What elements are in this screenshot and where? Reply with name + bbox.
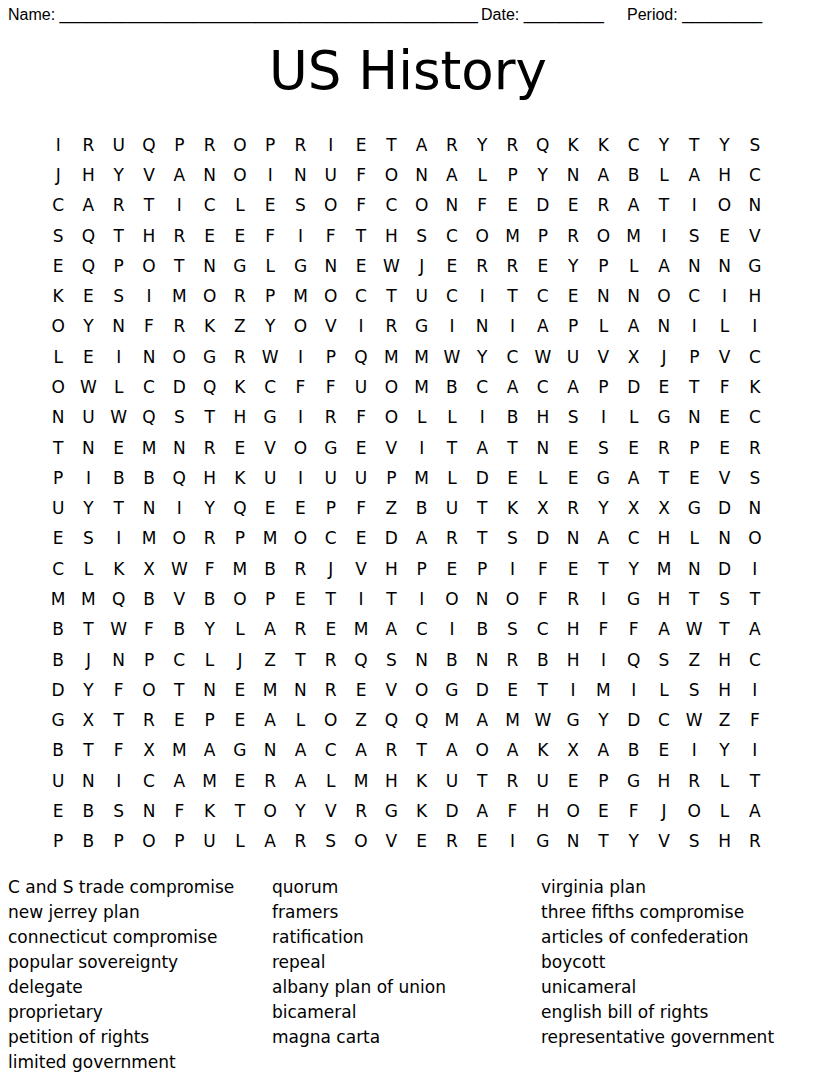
grid-cell[interactable]: N — [467, 312, 497, 342]
grid-cell[interactable]: I — [43, 130, 73, 160]
grid-cell[interactable]: C — [740, 160, 770, 190]
grid-cell[interactable]: O — [558, 796, 588, 826]
grid-cell[interactable]: D — [467, 675, 497, 705]
grid-cell[interactable]: P — [558, 312, 588, 342]
grid-cell[interactable]: A — [740, 796, 770, 826]
grid-cell[interactable]: R — [437, 524, 467, 554]
grid-cell[interactable]: N — [528, 433, 558, 463]
grid-cell[interactable]: L — [709, 796, 739, 826]
grid-cell[interactable]: N — [619, 281, 649, 311]
grid-cell[interactable]: C — [134, 766, 164, 796]
grid-cell[interactable]: G — [740, 251, 770, 281]
grid-cell[interactable]: L — [316, 766, 346, 796]
grid-cell[interactable]: D — [619, 372, 649, 402]
grid-cell[interactable]: M — [164, 736, 194, 766]
grid-cell[interactable]: S — [104, 796, 134, 826]
grid-cell[interactable]: U — [346, 463, 376, 493]
grid-cell[interactable]: A — [437, 736, 467, 766]
grid-cell[interactable]: N — [194, 160, 224, 190]
grid-cell[interactable]: C — [437, 281, 467, 311]
grid-cell[interactable]: P — [225, 524, 255, 554]
grid-cell[interactable]: E — [225, 433, 255, 463]
grid-cell[interactable]: T — [740, 584, 770, 614]
grid-cell[interactable]: W — [528, 706, 558, 736]
grid-cell[interactable]: S — [558, 403, 588, 433]
grid-cell[interactable]: V — [376, 675, 406, 705]
grid-cell[interactable]: H — [528, 796, 558, 826]
grid-cell[interactable]: O — [649, 281, 679, 311]
grid-cell[interactable]: N — [406, 160, 436, 190]
grid-cell[interactable]: G — [649, 403, 679, 433]
grid-cell[interactable]: K — [225, 372, 255, 402]
grid-cell[interactable]: U — [316, 160, 346, 190]
grid-cell[interactable]: I — [164, 493, 194, 523]
grid-cell[interactable]: O — [406, 675, 436, 705]
grid-cell[interactable]: T — [225, 796, 255, 826]
grid-cell[interactable]: M — [225, 554, 255, 584]
grid-cell[interactable]: W — [437, 342, 467, 372]
grid-cell[interactable]: O — [679, 796, 709, 826]
grid-cell[interactable]: T — [588, 554, 618, 584]
grid-cell[interactable]: N — [194, 675, 224, 705]
grid-cell[interactable]: I — [285, 403, 315, 433]
grid-cell[interactable]: Z — [709, 706, 739, 736]
grid-cell[interactable]: N — [134, 342, 164, 372]
grid-cell[interactable]: M — [255, 524, 285, 554]
grid-cell[interactable]: Q — [104, 584, 134, 614]
grid-cell[interactable]: R — [376, 312, 406, 342]
grid-cell[interactable]: O — [437, 584, 467, 614]
grid-cell[interactable]: X — [134, 554, 164, 584]
grid-cell[interactable]: D — [376, 524, 406, 554]
grid-cell[interactable]: T — [376, 130, 406, 160]
grid-cell[interactable]: G — [679, 493, 709, 523]
grid-cell[interactable]: T — [679, 584, 709, 614]
grid-cell[interactable]: S — [740, 130, 770, 160]
grid-cell[interactable]: F — [134, 615, 164, 645]
grid-cell[interactable]: R — [588, 191, 618, 221]
grid-cell[interactable]: P — [255, 281, 285, 311]
grid-cell[interactable]: M — [285, 281, 315, 311]
grid-cell[interactable]: S — [679, 221, 709, 251]
grid-cell[interactable]: Q — [134, 403, 164, 433]
grid-cell[interactable]: P — [194, 706, 224, 736]
name-blank-line[interactable]: ________________________________________… — [60, 6, 478, 23]
grid-cell[interactable]: A — [285, 736, 315, 766]
grid-cell[interactable]: T — [649, 463, 679, 493]
grid-cell[interactable]: T — [104, 493, 134, 523]
grid-cell[interactable]: C — [740, 342, 770, 372]
grid-cell[interactable]: H — [709, 160, 739, 190]
grid-cell[interactable]: I — [497, 554, 527, 584]
grid-cell[interactable]: U — [346, 372, 376, 402]
grid-cell[interactable]: I — [285, 221, 315, 251]
grid-cell[interactable]: C — [406, 615, 436, 645]
grid-cell[interactable]: D — [437, 796, 467, 826]
grid-cell[interactable]: C — [255, 372, 285, 402]
grid-cell[interactable]: X — [649, 493, 679, 523]
grid-cell[interactable]: I — [497, 827, 527, 857]
grid-cell[interactable]: F — [467, 191, 497, 221]
grid-cell[interactable]: E — [497, 675, 527, 705]
grid-cell[interactable]: V — [588, 342, 618, 372]
grid-cell[interactable]: E — [346, 130, 376, 160]
grid-cell[interactable]: I — [406, 584, 436, 614]
grid-cell[interactable]: O — [285, 524, 315, 554]
grid-cell[interactable]: M — [43, 584, 73, 614]
grid-cell[interactable]: B — [619, 160, 649, 190]
grid-cell[interactable]: L — [679, 524, 709, 554]
grid-cell[interactable]: R — [164, 312, 194, 342]
grid-cell[interactable]: E — [558, 281, 588, 311]
grid-cell[interactable]: B — [73, 796, 103, 826]
grid-cell[interactable]: P — [376, 463, 406, 493]
grid-cell[interactable]: O — [376, 403, 406, 433]
grid-cell[interactable]: W — [104, 615, 134, 645]
grid-cell[interactable]: L — [709, 312, 739, 342]
grid-cell[interactable]: T — [285, 645, 315, 675]
grid-cell[interactable]: I — [104, 766, 134, 796]
grid-cell[interactable]: R — [437, 130, 467, 160]
grid-cell[interactable]: L — [649, 675, 679, 705]
grid-cell[interactable]: I — [285, 463, 315, 493]
grid-cell[interactable]: H — [558, 615, 588, 645]
grid-cell[interactable]: C — [316, 736, 346, 766]
grid-cell[interactable]: V — [649, 827, 679, 857]
grid-cell[interactable]: A — [497, 736, 527, 766]
grid-cell[interactable]: E — [255, 191, 285, 221]
grid-cell[interactable]: E — [497, 191, 527, 221]
grid-cell[interactable]: P — [104, 251, 134, 281]
grid-cell[interactable]: O — [255, 796, 285, 826]
grid-cell[interactable]: Y — [467, 130, 497, 160]
grid-cell[interactable]: T — [467, 493, 497, 523]
grid-cell[interactable]: Y — [588, 706, 618, 736]
grid-cell[interactable]: Q — [528, 130, 558, 160]
grid-cell[interactable]: N — [649, 312, 679, 342]
grid-cell[interactable]: U — [43, 766, 73, 796]
grid-cell[interactable]: B — [437, 645, 467, 675]
grid-cell[interactable]: O — [194, 281, 224, 311]
date-blank-line[interactable]: _________ — [524, 6, 604, 23]
grid-cell[interactable]: I — [467, 403, 497, 433]
grid-cell[interactable]: L — [255, 251, 285, 281]
grid-cell[interactable]: O — [346, 827, 376, 857]
grid-cell[interactable]: L — [406, 403, 436, 433]
grid-cell[interactable]: T — [467, 766, 497, 796]
grid-cell[interactable]: E — [225, 766, 255, 796]
grid-cell[interactable]: A — [194, 736, 224, 766]
grid-cell[interactable]: V — [709, 463, 739, 493]
grid-cell[interactable]: Q — [73, 251, 103, 281]
grid-cell[interactable]: E — [194, 221, 224, 251]
grid-cell[interactable]: P — [316, 342, 346, 372]
grid-cell[interactable]: H — [134, 221, 164, 251]
grid-cell[interactable]: Y — [194, 615, 224, 645]
grid-cell[interactable]: I — [740, 312, 770, 342]
grid-cell[interactable]: M — [164, 281, 194, 311]
grid-cell[interactable]: A — [558, 372, 588, 402]
grid-cell[interactable]: P — [588, 766, 618, 796]
grid-cell[interactable]: F — [194, 554, 224, 584]
grid-cell[interactable]: Q — [619, 645, 649, 675]
grid-cell[interactable]: O — [134, 827, 164, 857]
grid-cell[interactable]: G — [225, 736, 255, 766]
grid-cell[interactable]: S — [285, 191, 315, 221]
grid-cell[interactable]: T — [346, 221, 376, 251]
grid-cell[interactable]: C — [437, 221, 467, 251]
grid-cell[interactable]: R — [104, 191, 134, 221]
grid-cell[interactable]: A — [649, 251, 679, 281]
grid-cell[interactable]: K — [588, 130, 618, 160]
grid-cell[interactable]: E — [467, 827, 497, 857]
grid-cell[interactable]: N — [316, 251, 346, 281]
grid-cell[interactable]: T — [679, 130, 709, 160]
grid-cell[interactable]: S — [740, 463, 770, 493]
grid-cell[interactable]: I — [679, 191, 709, 221]
grid-cell[interactable]: E — [346, 675, 376, 705]
grid-cell[interactable]: Q — [194, 372, 224, 402]
grid-cell[interactable]: F — [316, 221, 346, 251]
grid-cell[interactable]: I — [346, 584, 376, 614]
grid-cell[interactable]: U — [406, 281, 436, 311]
grid-cell[interactable]: U — [43, 493, 73, 523]
grid-cell[interactable]: E — [255, 493, 285, 523]
grid-cell[interactable]: A — [437, 160, 467, 190]
grid-cell[interactable]: V — [376, 433, 406, 463]
grid-cell[interactable]: A — [406, 524, 436, 554]
grid-cell[interactable]: T — [104, 706, 134, 736]
grid-cell[interactable]: I — [467, 281, 497, 311]
grid-cell[interactable]: N — [104, 312, 134, 342]
grid-cell[interactable]: N — [588, 281, 618, 311]
grid-cell[interactable]: I — [164, 191, 194, 221]
grid-cell[interactable]: I — [740, 736, 770, 766]
grid-cell[interactable]: B — [467, 615, 497, 645]
grid-cell[interactable]: T — [316, 584, 346, 614]
grid-cell[interactable]: S — [497, 524, 527, 554]
grid-cell[interactable]: O — [225, 160, 255, 190]
grid-cell[interactable]: Y — [619, 554, 649, 584]
grid-cell[interactable]: K — [406, 766, 436, 796]
grid-cell[interactable]: H — [194, 463, 224, 493]
grid-cell[interactable]: H — [649, 524, 679, 554]
grid-cell[interactable]: B — [619, 736, 649, 766]
grid-cell[interactable]: Y — [588, 493, 618, 523]
grid-cell[interactable]: T — [73, 615, 103, 645]
grid-cell[interactable]: L — [588, 312, 618, 342]
grid-cell[interactable]: G — [528, 827, 558, 857]
grid-cell[interactable]: T — [43, 433, 73, 463]
grid-cell[interactable]: J — [73, 645, 103, 675]
grid-cell[interactable]: G — [285, 251, 315, 281]
grid-cell[interactable]: E — [43, 524, 73, 554]
grid-cell[interactable]: E — [225, 675, 255, 705]
grid-cell[interactable]: X — [619, 493, 649, 523]
grid-cell[interactable]: V — [316, 312, 346, 342]
grid-cell[interactable]: A — [406, 130, 436, 160]
grid-cell[interactable]: M — [346, 615, 376, 645]
grid-cell[interactable]: O — [134, 675, 164, 705]
grid-cell[interactable]: T — [73, 736, 103, 766]
grid-cell[interactable]: J — [225, 645, 255, 675]
grid-cell[interactable]: Y — [194, 493, 224, 523]
grid-cell[interactable]: L — [467, 160, 497, 190]
grid-cell[interactable]: E — [406, 827, 436, 857]
grid-cell[interactable]: T — [376, 584, 406, 614]
grid-cell[interactable]: B — [164, 615, 194, 645]
grid-cell[interactable]: V — [134, 160, 164, 190]
grid-cell[interactable]: E — [709, 433, 739, 463]
grid-cell[interactable]: T — [679, 372, 709, 402]
grid-cell[interactable]: T — [194, 403, 224, 433]
grid-cell[interactable]: K — [194, 796, 224, 826]
grid-cell[interactable]: R — [437, 827, 467, 857]
grid-cell[interactable]: Y — [255, 312, 285, 342]
grid-cell[interactable]: E — [497, 463, 527, 493]
grid-cell[interactable]: B — [134, 463, 164, 493]
grid-cell[interactable]: N — [104, 645, 134, 675]
grid-cell[interactable]: C — [619, 130, 649, 160]
grid-cell[interactable]: N — [679, 554, 709, 584]
grid-cell[interactable]: P — [43, 827, 73, 857]
grid-cell[interactable]: Y — [285, 796, 315, 826]
grid-cell[interactable]: R — [164, 221, 194, 251]
grid-cell[interactable]: R — [316, 645, 346, 675]
grid-cell[interactable]: X — [528, 493, 558, 523]
grid-cell[interactable]: Y — [73, 312, 103, 342]
grid-cell[interactable]: K — [740, 372, 770, 402]
grid-cell[interactable]: M — [406, 463, 436, 493]
grid-cell[interactable]: F — [134, 312, 164, 342]
grid-cell[interactable]: B — [43, 615, 73, 645]
grid-cell[interactable]: F — [497, 796, 527, 826]
grid-cell[interactable]: R — [285, 615, 315, 645]
grid-cell[interactable]: A — [619, 191, 649, 221]
grid-cell[interactable]: S — [73, 524, 103, 554]
grid-cell[interactable]: H — [649, 766, 679, 796]
grid-cell[interactable]: A — [588, 736, 618, 766]
grid-cell[interactable]: A — [467, 796, 497, 826]
grid-cell[interactable]: L — [43, 342, 73, 372]
grid-cell[interactable]: Y — [709, 130, 739, 160]
grid-cell[interactable]: D — [619, 706, 649, 736]
grid-cell[interactable]: P — [134, 645, 164, 675]
grid-cell[interactable]: I — [285, 342, 315, 372]
grid-cell[interactable]: W — [376, 251, 406, 281]
grid-cell[interactable]: S — [164, 403, 194, 433]
grid-cell[interactable]: A — [164, 766, 194, 796]
grid-cell[interactable]: T — [134, 191, 164, 221]
grid-cell[interactable]: X — [73, 706, 103, 736]
grid-cell[interactable]: Q — [346, 645, 376, 675]
grid-cell[interactable]: F — [316, 372, 346, 402]
grid-cell[interactable]: Q — [134, 130, 164, 160]
grid-cell[interactable]: M — [406, 342, 436, 372]
grid-cell[interactable]: E — [558, 766, 588, 796]
grid-cell[interactable]: J — [43, 160, 73, 190]
grid-cell[interactable]: N — [558, 827, 588, 857]
grid-cell[interactable]: C — [649, 706, 679, 736]
grid-cell[interactable]: M — [194, 766, 224, 796]
grid-cell[interactable]: I — [679, 736, 709, 766]
grid-cell[interactable]: G — [194, 342, 224, 372]
grid-cell[interactable]: C — [497, 342, 527, 372]
grid-cell[interactable]: O — [376, 160, 406, 190]
grid-cell[interactable]: E — [346, 433, 376, 463]
grid-cell[interactable]: W — [104, 403, 134, 433]
grid-cell[interactable]: E — [43, 796, 73, 826]
grid-cell[interactable]: O — [316, 191, 346, 221]
grid-cell[interactable]: T — [497, 281, 527, 311]
grid-cell[interactable]: N — [437, 191, 467, 221]
grid-cell[interactable]: A — [467, 433, 497, 463]
grid-cell[interactable]: H — [649, 584, 679, 614]
grid-cell[interactable]: S — [709, 584, 739, 614]
grid-cell[interactable]: A — [285, 766, 315, 796]
grid-cell[interactable]: D — [164, 372, 194, 402]
grid-cell[interactable]: U — [255, 463, 285, 493]
grid-cell[interactable]: N — [558, 524, 588, 554]
grid-cell[interactable]: K — [225, 463, 255, 493]
grid-cell[interactable]: L — [225, 191, 255, 221]
grid-cell[interactable]: B — [497, 403, 527, 433]
grid-cell[interactable]: C — [316, 524, 346, 554]
grid-cell[interactable]: F — [164, 796, 194, 826]
grid-cell[interactable]: B — [194, 584, 224, 614]
grid-cell[interactable]: O — [43, 372, 73, 402]
grid-cell[interactable]: P — [164, 827, 194, 857]
grid-cell[interactable]: E — [285, 584, 315, 614]
grid-cell[interactable]: N — [679, 251, 709, 281]
grid-cell[interactable]: I — [740, 675, 770, 705]
grid-cell[interactable]: E — [285, 493, 315, 523]
grid-cell[interactable]: F — [285, 372, 315, 402]
grid-cell[interactable]: R — [558, 493, 588, 523]
grid-cell[interactable]: F — [740, 706, 770, 736]
grid-cell[interactable]: M — [134, 524, 164, 554]
grid-cell[interactable]: S — [406, 221, 436, 251]
grid-cell[interactable]: F — [104, 675, 134, 705]
grid-cell[interactable]: X — [558, 736, 588, 766]
grid-cell[interactable]: F — [619, 796, 649, 826]
grid-cell[interactable]: P — [679, 342, 709, 372]
grid-cell[interactable]: R — [316, 675, 346, 705]
grid-cell[interactable]: W — [164, 554, 194, 584]
grid-cell[interactable]: Y — [467, 342, 497, 372]
grid-cell[interactable]: H — [709, 827, 739, 857]
grid-cell[interactable]: U — [558, 342, 588, 372]
grid-cell[interactable]: A — [497, 372, 527, 402]
grid-cell[interactable]: G — [437, 675, 467, 705]
grid-cell[interactable]: N — [194, 251, 224, 281]
grid-cell[interactable]: R — [558, 584, 588, 614]
grid-cell[interactable]: P — [467, 554, 497, 584]
grid-cell[interactable]: P — [104, 827, 134, 857]
grid-cell[interactable]: N — [285, 160, 315, 190]
grid-cell[interactable]: E — [73, 342, 103, 372]
grid-cell[interactable]: N — [73, 766, 103, 796]
grid-cell[interactable]: N — [134, 493, 164, 523]
grid-cell[interactable]: A — [619, 312, 649, 342]
grid-cell[interactable]: E — [73, 281, 103, 311]
grid-cell[interactable]: R — [376, 736, 406, 766]
grid-cell[interactable]: O — [164, 524, 194, 554]
grid-cell[interactable]: H — [376, 554, 406, 584]
grid-cell[interactable]: R — [740, 827, 770, 857]
grid-cell[interactable]: B — [437, 372, 467, 402]
grid-cell[interactable]: X — [134, 736, 164, 766]
